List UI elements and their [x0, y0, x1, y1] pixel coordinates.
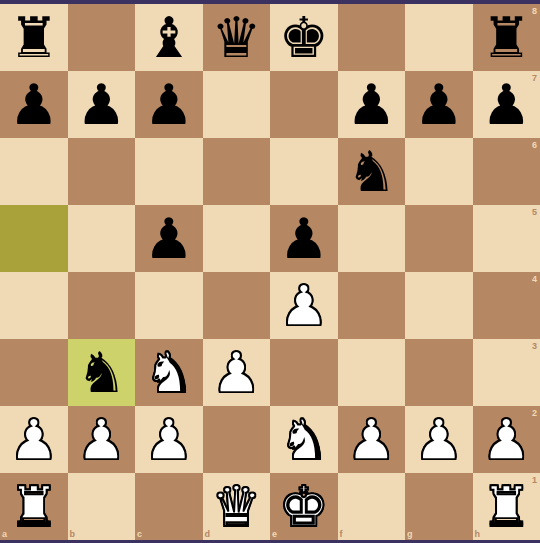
square-f3[interactable]	[338, 339, 406, 406]
white-pawn-a2[interactable]: ♟	[9, 406, 59, 473]
white-pawn-g2[interactable]: ♟	[414, 406, 464, 473]
white-rook-a1[interactable]: ♜	[9, 473, 59, 540]
file-label-c: c	[137, 529, 142, 539]
black-pawn-h7[interactable]: ♟	[481, 71, 531, 138]
white-pawn-b2[interactable]: ♟	[76, 406, 126, 473]
square-a4[interactable]	[0, 272, 68, 339]
rank-label-8: 8	[532, 6, 537, 16]
square-d2[interactable]	[203, 406, 271, 473]
white-queen-d1[interactable]: ♛	[211, 473, 261, 540]
square-h5[interactable]: 5	[473, 205, 540, 272]
white-pawn-e4[interactable]: ♟	[279, 272, 329, 339]
black-pawn-c5[interactable]: ♟	[144, 205, 194, 272]
file-label-h: h	[475, 529, 481, 539]
square-f1[interactable]: f	[338, 473, 406, 540]
square-c8[interactable]: ♝	[135, 4, 203, 71]
square-c6[interactable]	[135, 138, 203, 205]
black-pawn-g7[interactable]: ♟	[414, 71, 464, 138]
square-b5[interactable]	[68, 205, 136, 272]
file-label-g: g	[407, 529, 413, 539]
black-knight-b3[interactable]: ♞	[76, 339, 126, 406]
square-b6[interactable]	[68, 138, 136, 205]
square-c2[interactable]: ♟	[135, 406, 203, 473]
square-g7[interactable]: ♟	[405, 71, 473, 138]
black-rook-a8[interactable]: ♜	[9, 4, 59, 71]
square-e8[interactable]: ♚	[270, 4, 338, 71]
square-a3[interactable]	[0, 339, 68, 406]
chess-board[interactable]: ♜♝♛♚♜8♟♟♟♟♟♟7♞6♟♟5♟4♞♞♟3♟♟♟♞♟♟♟2♜abc♛d♚e…	[0, 4, 540, 540]
square-g8[interactable]	[405, 4, 473, 71]
white-pawn-h2[interactable]: ♟	[481, 406, 531, 473]
black-queen-d8[interactable]: ♛	[211, 4, 261, 71]
square-c5[interactable]: ♟	[135, 205, 203, 272]
square-a7[interactable]: ♟	[0, 71, 68, 138]
square-h8[interactable]: ♜8	[473, 4, 540, 71]
black-bishop-c8[interactable]: ♝	[144, 4, 194, 71]
square-c3[interactable]: ♞	[135, 339, 203, 406]
square-h1[interactable]: ♜1h	[473, 473, 540, 540]
square-h6[interactable]: 6	[473, 138, 540, 205]
black-king-e8[interactable]: ♚	[279, 4, 329, 71]
square-h4[interactable]: 4	[473, 272, 540, 339]
black-knight-f6[interactable]: ♞	[346, 138, 396, 205]
square-g6[interactable]	[405, 138, 473, 205]
file-label-f: f	[340, 529, 343, 539]
square-h3[interactable]: 3	[473, 339, 540, 406]
square-h2[interactable]: ♟2	[473, 406, 540, 473]
square-b4[interactable]	[68, 272, 136, 339]
square-e5[interactable]: ♟	[270, 205, 338, 272]
square-g4[interactable]	[405, 272, 473, 339]
square-e3[interactable]	[270, 339, 338, 406]
black-rook-h8[interactable]: ♜	[481, 4, 531, 71]
square-f4[interactable]	[338, 272, 406, 339]
rank-label-7: 7	[532, 73, 537, 83]
rank-label-4: 4	[532, 274, 537, 284]
square-e4[interactable]: ♟	[270, 272, 338, 339]
square-b3[interactable]: ♞	[68, 339, 136, 406]
file-label-d: d	[205, 529, 211, 539]
square-f7[interactable]: ♟	[338, 71, 406, 138]
square-g5[interactable]	[405, 205, 473, 272]
square-g1[interactable]: g	[405, 473, 473, 540]
square-e2[interactable]: ♞	[270, 406, 338, 473]
square-d5[interactable]	[203, 205, 271, 272]
file-label-e: e	[272, 529, 277, 539]
square-h7[interactable]: ♟7	[473, 71, 540, 138]
white-pawn-d3[interactable]: ♟	[211, 339, 261, 406]
rank-label-5: 5	[532, 207, 537, 217]
square-b1[interactable]: b	[68, 473, 136, 540]
square-b7[interactable]: ♟	[68, 71, 136, 138]
black-pawn-e5[interactable]: ♟	[279, 205, 329, 272]
square-g2[interactable]: ♟	[405, 406, 473, 473]
square-e7[interactable]	[270, 71, 338, 138]
square-a5[interactable]	[0, 205, 68, 272]
square-f6[interactable]: ♞	[338, 138, 406, 205]
square-d7[interactable]	[203, 71, 271, 138]
square-d4[interactable]	[203, 272, 271, 339]
square-a1[interactable]: ♜a	[0, 473, 68, 540]
square-f8[interactable]	[338, 4, 406, 71]
square-c7[interactable]: ♟	[135, 71, 203, 138]
white-knight-c3[interactable]: ♞	[144, 339, 194, 406]
square-d3[interactable]: ♟	[203, 339, 271, 406]
square-a8[interactable]: ♜	[0, 4, 68, 71]
white-rook-h1[interactable]: ♜	[481, 473, 531, 540]
rank-label-1: 1	[532, 475, 537, 485]
rank-label-3: 3	[532, 341, 537, 351]
square-e6[interactable]	[270, 138, 338, 205]
black-pawn-a7[interactable]: ♟	[9, 71, 59, 138]
square-b2[interactable]: ♟	[68, 406, 136, 473]
square-e1[interactable]: ♚e	[270, 473, 338, 540]
square-g3[interactable]	[405, 339, 473, 406]
square-d1[interactable]: ♛d	[203, 473, 271, 540]
file-label-a: a	[2, 529, 7, 539]
rank-label-6: 6	[532, 140, 537, 150]
square-c4[interactable]	[135, 272, 203, 339]
chess-app-window: ♜♝♛♚♜8♟♟♟♟♟♟7♞6♟♟5♟4♞♞♟3♟♟♟♞♟♟♟2♜abc♛d♚e…	[0, 0, 540, 543]
file-label-b: b	[70, 529, 76, 539]
white-knight-e2[interactable]: ♞	[279, 406, 329, 473]
square-b8[interactable]	[68, 4, 136, 71]
white-king-e1[interactable]: ♚	[279, 473, 329, 540]
white-pawn-c2[interactable]: ♟	[144, 406, 194, 473]
square-f5[interactable]	[338, 205, 406, 272]
square-d6[interactable]	[203, 138, 271, 205]
square-a2[interactable]: ♟	[0, 406, 68, 473]
rank-label-2: 2	[532, 408, 537, 418]
square-f2[interactable]: ♟	[338, 406, 406, 473]
black-pawn-b7[interactable]: ♟	[76, 71, 126, 138]
square-d8[interactable]: ♛	[203, 4, 271, 71]
square-a6[interactable]	[0, 138, 68, 205]
black-pawn-c7[interactable]: ♟	[144, 71, 194, 138]
square-c1[interactable]: c	[135, 473, 203, 540]
black-pawn-f7[interactable]: ♟	[346, 71, 396, 138]
white-pawn-f2[interactable]: ♟	[346, 406, 396, 473]
